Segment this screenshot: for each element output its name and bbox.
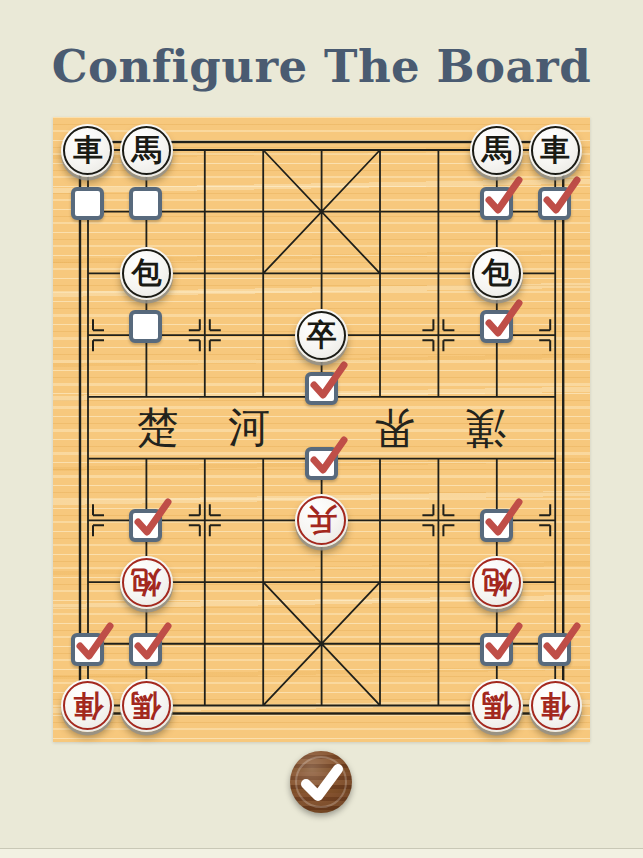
piece-red-chariot-a10[interactable]: 俥 bbox=[61, 679, 114, 732]
piece-glyph: 馬 bbox=[131, 135, 161, 165]
piece-glyph: 俥 bbox=[73, 691, 103, 721]
board-point: 兵 bbox=[292, 490, 350, 552]
piece-glyph: 車 bbox=[73, 135, 103, 165]
piece-red-horse-b10[interactable]: 傌 bbox=[120, 679, 173, 732]
red-checkmark-icon bbox=[130, 500, 170, 540]
checkbox-black-horse-b1[interactable] bbox=[129, 187, 162, 220]
red-checkmark-icon bbox=[481, 624, 521, 664]
piece-black-cannon-h3[interactable]: 包 bbox=[470, 247, 523, 300]
checkmark-icon bbox=[290, 751, 352, 813]
red-checkmark-icon bbox=[306, 438, 346, 478]
red-checkmark-icon bbox=[481, 178, 521, 218]
board-point: 卒 bbox=[292, 304, 350, 366]
piece-black-chariot-i1[interactable]: 車 bbox=[529, 124, 582, 177]
piece-black-chariot-a1[interactable]: 車 bbox=[61, 124, 114, 177]
piece-glyph: 炮 bbox=[482, 567, 512, 597]
checkbox-black-chariot-a1[interactable] bbox=[71, 187, 104, 220]
checkbox-black-soldier-e4[interactable] bbox=[305, 372, 338, 405]
piece-black-soldier-e4[interactable]: 卒 bbox=[295, 309, 348, 362]
piece-glyph: 馬 bbox=[482, 135, 512, 165]
board-point: 傌 bbox=[117, 675, 175, 737]
page-title: Configure The Board bbox=[0, 42, 643, 92]
board-point: 包 bbox=[468, 243, 526, 305]
checkbox-black-cannon-b3[interactable] bbox=[129, 310, 162, 343]
checkbox-red-soldier-e7[interactable] bbox=[305, 447, 338, 480]
piece-black-horse-h1[interactable]: 馬 bbox=[470, 124, 523, 177]
checkbox-red-chariot-a10[interactable] bbox=[71, 633, 104, 666]
piece-red-soldier-e7[interactable]: 兵 bbox=[295, 494, 348, 547]
piece-red-cannon-h8[interactable]: 炮 bbox=[470, 556, 523, 609]
piece-glyph: 兵 bbox=[307, 505, 337, 535]
piece-glyph: 俥 bbox=[540, 691, 570, 721]
checkbox-black-cannon-h3[interactable] bbox=[480, 310, 513, 343]
piece-red-cannon-b8[interactable]: 炮 bbox=[120, 556, 173, 609]
board-point: 炮 bbox=[468, 551, 526, 613]
red-checkmark-icon bbox=[72, 624, 112, 664]
configure-board-screen: Configure The Board 楚 河 界 漢 車馬馬車包包卒兵炮炮俥傌… bbox=[0, 0, 643, 858]
red-checkmark-icon bbox=[539, 624, 579, 664]
bottom-strip bbox=[0, 849, 643, 858]
checkbox-red-cannon-b8[interactable] bbox=[129, 509, 162, 542]
board-point: 俥 bbox=[526, 675, 584, 737]
pieces-layer: 車馬馬車包包卒兵炮炮俥傌傌俥 bbox=[59, 119, 585, 736]
piece-glyph: 卒 bbox=[307, 320, 337, 350]
board-point: 包 bbox=[117, 243, 175, 305]
xiangqi-board: 楚 河 界 漢 車馬馬車包包卒兵炮炮俥傌傌俥 bbox=[53, 117, 590, 742]
piece-glyph: 傌 bbox=[131, 691, 161, 721]
checkbox-red-horse-b10[interactable] bbox=[129, 633, 162, 666]
piece-red-horse-h10[interactable]: 傌 bbox=[470, 679, 523, 732]
checkbox-red-horse-h10[interactable] bbox=[480, 633, 513, 666]
board-point: 炮 bbox=[117, 551, 175, 613]
piece-glyph: 炮 bbox=[131, 567, 161, 597]
red-checkmark-icon bbox=[306, 363, 346, 403]
piece-glyph: 包 bbox=[482, 258, 512, 288]
checkbox-red-chariot-i10[interactable] bbox=[538, 633, 571, 666]
checkbox-black-chariot-i1[interactable] bbox=[538, 187, 571, 220]
board-point: 車 bbox=[526, 119, 584, 181]
board-point: 傌 bbox=[468, 675, 526, 737]
board-point: 俥 bbox=[59, 675, 117, 737]
red-checkmark-icon bbox=[481, 500, 521, 540]
piece-glyph: 包 bbox=[131, 258, 161, 288]
piece-red-chariot-i10[interactable]: 俥 bbox=[529, 679, 582, 732]
board-point: 車 bbox=[59, 119, 117, 181]
piece-glyph: 傌 bbox=[482, 691, 512, 721]
checkbox-black-horse-h1[interactable] bbox=[480, 187, 513, 220]
checkbox-red-cannon-h8[interactable] bbox=[480, 509, 513, 542]
piece-black-horse-b1[interactable]: 馬 bbox=[120, 124, 173, 177]
red-checkmark-icon bbox=[130, 624, 170, 664]
board-point: 馬 bbox=[468, 119, 526, 181]
red-checkmark-icon bbox=[481, 301, 521, 341]
piece-black-cannon-b3[interactable]: 包 bbox=[120, 247, 173, 300]
board-point: 馬 bbox=[117, 119, 175, 181]
piece-glyph: 車 bbox=[540, 135, 570, 165]
confirm-button[interactable] bbox=[290, 751, 352, 813]
red-checkmark-icon bbox=[539, 178, 579, 218]
